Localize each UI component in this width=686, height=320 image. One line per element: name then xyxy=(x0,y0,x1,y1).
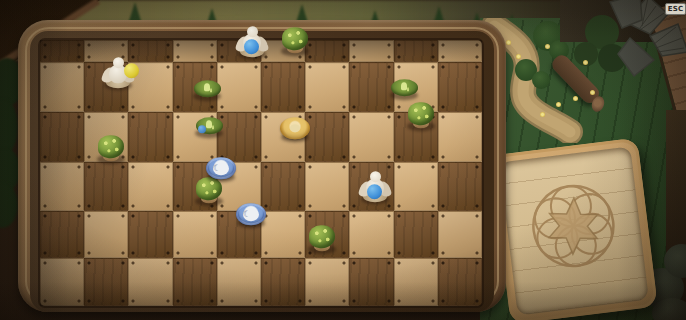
piece-bird-yellow[interactable] xyxy=(100,51,136,91)
piece-moon-token[interactable]: ☾ xyxy=(233,189,269,229)
piece-bird-blue[interactable] xyxy=(357,165,393,205)
bird-head xyxy=(370,171,381,182)
sun-token-core xyxy=(290,124,300,132)
piece-sun-token[interactable] xyxy=(277,103,313,143)
piece-bush[interactable] xyxy=(93,125,129,165)
blue-orb xyxy=(244,39,259,54)
esc-key-badge[interactable]: ESC xyxy=(665,3,686,15)
bush-flower-spots xyxy=(408,102,434,125)
bush-flower-spots xyxy=(98,135,124,158)
bird-head xyxy=(113,57,124,68)
moss-sprout xyxy=(206,120,212,128)
piece-moon-token[interactable]: ☾ xyxy=(203,143,239,183)
piece-moss[interactable] xyxy=(189,62,225,102)
moon-token-core: ☾ xyxy=(243,208,259,221)
moon-token-core: ☾ xyxy=(213,162,229,175)
yellow-orb xyxy=(124,63,139,78)
piece-bush[interactable] xyxy=(304,215,340,255)
moss-sprout xyxy=(204,83,210,91)
piece-moss-berry[interactable] xyxy=(191,99,227,139)
pieces-layer: ☾☾ xyxy=(0,0,686,320)
game-screen: ☾☾ ESC xyxy=(0,0,686,320)
moon-icon: ☾ xyxy=(243,208,251,220)
moss-sprout xyxy=(401,82,407,90)
bird-head xyxy=(247,26,258,37)
bush-flower-spots xyxy=(309,225,335,248)
piece-bush[interactable] xyxy=(277,17,313,57)
moon-icon: ☾ xyxy=(213,162,221,174)
piece-bird-blue[interactable] xyxy=(234,20,270,60)
blue-berry xyxy=(198,125,206,133)
blue-orb xyxy=(367,184,382,199)
piece-bush[interactable] xyxy=(403,92,439,132)
bush-flower-spots xyxy=(282,27,308,50)
